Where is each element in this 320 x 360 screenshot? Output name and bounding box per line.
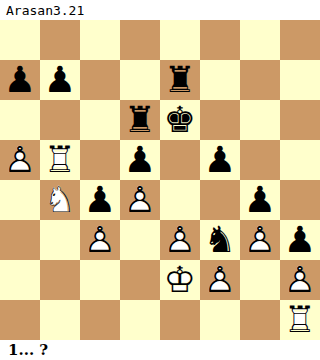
window-title: Arasan3.21 xyxy=(6,3,84,18)
square-c4[interactable]: ♟ xyxy=(80,180,120,220)
square-d1[interactable] xyxy=(120,300,160,340)
black-pawn: ♟ xyxy=(240,180,280,220)
black-pawn: ♟ xyxy=(0,60,40,100)
chess-board: ♟♟♜♜♚♟♙♜♖♟♟♞♘♟♟♙♟♟♙♟♙♞♟♙♟♚♔♟♙♟♙♜♖ xyxy=(0,20,320,340)
white-rook: ♖ xyxy=(280,300,320,340)
square-c2[interactable] xyxy=(80,260,120,300)
square-a5[interactable]: ♟♙ xyxy=(0,140,40,180)
move-prompt: 1... ? xyxy=(8,341,48,359)
square-a8[interactable] xyxy=(0,20,40,60)
black-rook: ♜ xyxy=(160,60,200,100)
white-king: ♔ xyxy=(160,260,200,300)
square-c1[interactable] xyxy=(80,300,120,340)
square-f1[interactable] xyxy=(200,300,240,340)
square-c7[interactable] xyxy=(80,60,120,100)
square-h7[interactable] xyxy=(280,60,320,100)
title-bar: Arasan3.21 xyxy=(0,0,320,20)
square-f7[interactable] xyxy=(200,60,240,100)
square-b7[interactable]: ♟ xyxy=(40,60,80,100)
square-g8[interactable] xyxy=(240,20,280,60)
square-b5[interactable]: ♜♖ xyxy=(40,140,80,180)
status-bar: 1... ? xyxy=(0,340,320,360)
square-b2[interactable] xyxy=(40,260,80,300)
square-c5[interactable] xyxy=(80,140,120,180)
square-d2[interactable] xyxy=(120,260,160,300)
square-a1[interactable] xyxy=(0,300,40,340)
square-b6[interactable] xyxy=(40,100,80,140)
square-c6[interactable] xyxy=(80,100,120,140)
square-a4[interactable] xyxy=(0,180,40,220)
square-e4[interactable] xyxy=(160,180,200,220)
white-pawn: ♙ xyxy=(200,260,240,300)
square-h5[interactable] xyxy=(280,140,320,180)
square-g3[interactable]: ♟♙ xyxy=(240,220,280,260)
square-e2[interactable]: ♚♔ xyxy=(160,260,200,300)
square-g4[interactable]: ♟ xyxy=(240,180,280,220)
square-f6[interactable] xyxy=(200,100,240,140)
square-a7[interactable]: ♟ xyxy=(0,60,40,100)
square-d4[interactable]: ♟♙ xyxy=(120,180,160,220)
square-g2[interactable] xyxy=(240,260,280,300)
square-h3[interactable]: ♟ xyxy=(280,220,320,260)
square-g7[interactable] xyxy=(240,60,280,100)
square-g6[interactable] xyxy=(240,100,280,140)
white-rook: ♖ xyxy=(40,140,80,180)
square-e7[interactable]: ♜ xyxy=(160,60,200,100)
square-b8[interactable] xyxy=(40,20,80,60)
square-f5[interactable]: ♟ xyxy=(200,140,240,180)
square-h6[interactable] xyxy=(280,100,320,140)
square-d6[interactable]: ♜ xyxy=(120,100,160,140)
white-pawn: ♙ xyxy=(120,180,160,220)
black-pawn: ♟ xyxy=(120,140,160,180)
square-a3[interactable] xyxy=(0,220,40,260)
white-pawn: ♙ xyxy=(280,260,320,300)
square-e5[interactable] xyxy=(160,140,200,180)
black-pawn: ♟ xyxy=(280,220,320,260)
arasan-window: Arasan3.21 ♟♟♜♜♚♟♙♜♖♟♟♞♘♟♟♙♟♟♙♟♙♞♟♙♟♚♔♟♙… xyxy=(0,0,320,360)
square-d5[interactable]: ♟ xyxy=(120,140,160,180)
square-b1[interactable] xyxy=(40,300,80,340)
square-g1[interactable] xyxy=(240,300,280,340)
square-b3[interactable] xyxy=(40,220,80,260)
black-rook: ♜ xyxy=(120,100,160,140)
square-h1[interactable]: ♜♖ xyxy=(280,300,320,340)
square-c3[interactable]: ♟♙ xyxy=(80,220,120,260)
square-e1[interactable] xyxy=(160,300,200,340)
square-e8[interactable] xyxy=(160,20,200,60)
square-d8[interactable] xyxy=(120,20,160,60)
square-h8[interactable] xyxy=(280,20,320,60)
white-pawn: ♙ xyxy=(80,220,120,260)
black-knight: ♞ xyxy=(200,220,240,260)
square-d3[interactable] xyxy=(120,220,160,260)
white-knight: ♘ xyxy=(40,180,80,220)
white-pawn: ♙ xyxy=(160,220,200,260)
square-f8[interactable] xyxy=(200,20,240,60)
square-f2[interactable]: ♟♙ xyxy=(200,260,240,300)
square-b4[interactable]: ♞♘ xyxy=(40,180,80,220)
square-d7[interactable] xyxy=(120,60,160,100)
square-h2[interactable]: ♟♙ xyxy=(280,260,320,300)
square-a6[interactable] xyxy=(0,100,40,140)
square-f3[interactable]: ♞ xyxy=(200,220,240,260)
square-f4[interactable] xyxy=(200,180,240,220)
square-e6[interactable]: ♚ xyxy=(160,100,200,140)
white-pawn: ♙ xyxy=(0,140,40,180)
black-pawn: ♟ xyxy=(200,140,240,180)
square-e3[interactable]: ♟♙ xyxy=(160,220,200,260)
black-king: ♚ xyxy=(160,100,200,140)
square-a2[interactable] xyxy=(0,260,40,300)
square-c8[interactable] xyxy=(80,20,120,60)
white-pawn: ♙ xyxy=(240,220,280,260)
black-pawn: ♟ xyxy=(40,60,80,100)
black-pawn: ♟ xyxy=(80,180,120,220)
square-h4[interactable] xyxy=(280,180,320,220)
square-g5[interactable] xyxy=(240,140,280,180)
